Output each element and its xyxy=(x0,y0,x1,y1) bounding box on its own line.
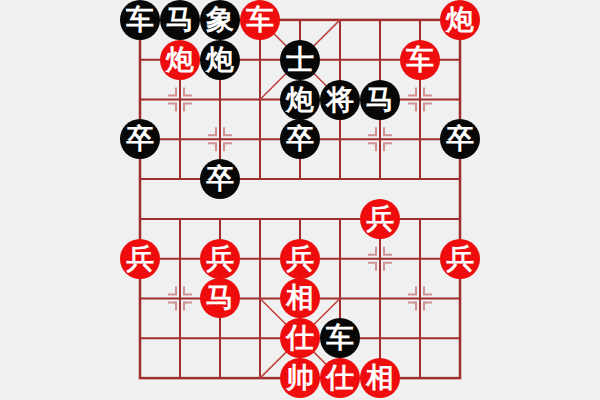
piece-red-chariot-b[interactable]: 车 xyxy=(400,40,440,80)
piece-red-elephant-b[interactable]: 相 xyxy=(360,358,400,398)
piece-red-advisor-b[interactable]: 仕 xyxy=(320,358,360,398)
xiangqi-board: 车马象车炮炮炮士车炮将马卒卒卒卒兵兵兵兵兵马相仕车帅仕相 xyxy=(0,0,600,400)
piece-red-cannon-b[interactable]: 炮 xyxy=(160,40,200,80)
piece-red-horse[interactable]: 马 xyxy=(200,278,240,318)
piece-red-elephant-a[interactable]: 相 xyxy=(280,278,320,318)
piece-red-chariot-a[interactable]: 车 xyxy=(240,0,280,40)
piece-red-soldier-e[interactable]: 兵 xyxy=(440,239,480,279)
piece-red-soldier-c[interactable]: 兵 xyxy=(200,239,240,279)
piece-black-horse-b[interactable]: 马 xyxy=(360,80,400,120)
piece-red-advisor-a[interactable]: 仕 xyxy=(280,318,320,358)
piece-black-general[interactable]: 将 xyxy=(320,80,360,120)
piece-black-soldier-b[interactable]: 卒 xyxy=(280,119,320,159)
piece-black-cannon-b[interactable]: 炮 xyxy=(280,80,320,120)
piece-black-advisor[interactable]: 士 xyxy=(280,40,320,80)
piece-black-horse-a[interactable]: 马 xyxy=(160,0,200,40)
piece-black-chariot-a[interactable]: 车 xyxy=(120,0,160,40)
piece-black-chariot-b[interactable]: 车 xyxy=(320,318,360,358)
piece-red-cannon-a[interactable]: 炮 xyxy=(440,0,480,40)
piece-black-soldier-d[interactable]: 卒 xyxy=(200,159,240,199)
piece-black-soldier-c[interactable]: 卒 xyxy=(440,119,480,159)
pieces-layer: 车马象车炮炮炮士车炮将马卒卒卒卒兵兵兵兵兵马相仕车帅仕相 xyxy=(120,0,480,398)
piece-red-soldier-b[interactable]: 兵 xyxy=(120,239,160,279)
piece-black-soldier-a[interactable]: 卒 xyxy=(120,119,160,159)
piece-red-general[interactable]: 帅 xyxy=(280,358,320,398)
piece-red-soldier-a[interactable]: 兵 xyxy=(360,199,400,239)
piece-red-soldier-d[interactable]: 兵 xyxy=(280,239,320,279)
piece-black-elephant[interactable]: 象 xyxy=(200,0,240,40)
piece-black-cannon-a[interactable]: 炮 xyxy=(200,40,240,80)
